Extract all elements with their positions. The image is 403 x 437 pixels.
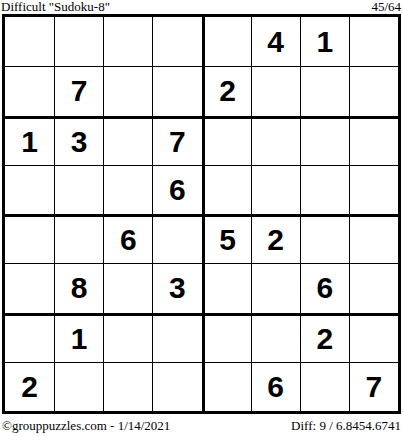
cell-r7c3-empty[interactable] xyxy=(103,313,152,362)
cell-r3c8-empty[interactable] xyxy=(349,116,398,165)
cell-r5c5-given[interactable]: 5 xyxy=(202,214,251,263)
cell-r4c5-empty[interactable] xyxy=(202,165,251,214)
cell-r2c8-empty[interactable] xyxy=(349,66,398,115)
cell-r8c6-given[interactable]: 6 xyxy=(251,362,300,411)
cell-r4c3-empty[interactable] xyxy=(103,165,152,214)
cell-r2c2-given[interactable]: 7 xyxy=(54,66,103,115)
cell-r1c2-empty[interactable] xyxy=(54,17,103,66)
cell-r1c1-empty[interactable] xyxy=(5,17,54,66)
cell-r2c1-empty[interactable] xyxy=(5,66,54,115)
cell-r8c2-empty[interactable] xyxy=(54,362,103,411)
cell-r2c7-empty[interactable] xyxy=(300,66,349,115)
cell-r3c3-empty[interactable] xyxy=(103,116,152,165)
cell-r7c6-empty[interactable] xyxy=(251,313,300,362)
difficulty-text: Diff: 9 / 6.8454.6741 xyxy=(291,419,403,433)
cell-r8c5-empty[interactable] xyxy=(202,362,251,411)
cell-r3c6-empty[interactable] xyxy=(251,116,300,165)
cell-r8c3-empty[interactable] xyxy=(103,362,152,411)
cell-r6c4-given[interactable]: 3 xyxy=(152,263,201,312)
cell-r1c8-empty[interactable] xyxy=(349,17,398,66)
cell-r2c5-given[interactable]: 2 xyxy=(202,66,251,115)
cell-r6c8-empty[interactable] xyxy=(349,263,398,312)
cell-r4c6-empty[interactable] xyxy=(251,165,300,214)
copyright-text: ©grouppuzzles.com - 1/14/2021 xyxy=(0,419,170,433)
cell-r8c1-given[interactable]: 2 xyxy=(5,362,54,411)
page-header: Difficult "Sudoku-8" 45/64 xyxy=(0,0,403,14)
cell-r5c1-empty[interactable] xyxy=(5,214,54,263)
cell-r6c3-empty[interactable] xyxy=(103,263,152,312)
cell-r5c2-empty[interactable] xyxy=(54,214,103,263)
empty-cell-counter: 45/64 xyxy=(371,0,403,13)
cell-r5c4-empty[interactable] xyxy=(152,214,201,263)
cell-r8c4-empty[interactable] xyxy=(152,362,201,411)
cell-r6c2-given[interactable]: 8 xyxy=(54,263,103,312)
cell-r5c6-given[interactable]: 2 xyxy=(251,214,300,263)
cell-r4c2-empty[interactable] xyxy=(54,165,103,214)
cell-r5c8-empty[interactable] xyxy=(349,214,398,263)
cell-r3c1-given[interactable]: 1 xyxy=(5,116,54,165)
cell-r4c4-given[interactable]: 6 xyxy=(152,165,201,214)
cell-r7c4-empty[interactable] xyxy=(152,313,201,362)
cell-r8c7-empty[interactable] xyxy=(300,362,349,411)
cell-r2c3-empty[interactable] xyxy=(103,66,152,115)
cell-r3c2-given[interactable]: 3 xyxy=(54,116,103,165)
cell-r7c7-given[interactable]: 2 xyxy=(300,313,349,362)
cell-r1c3-empty[interactable] xyxy=(103,17,152,66)
cell-r6c6-empty[interactable] xyxy=(251,263,300,312)
cell-r4c8-empty[interactable] xyxy=(349,165,398,214)
cell-r2c6-empty[interactable] xyxy=(251,66,300,115)
cell-r6c1-empty[interactable] xyxy=(5,263,54,312)
cell-r2c4-empty[interactable] xyxy=(152,66,201,115)
puzzle-title: Difficult "Sudoku-8" xyxy=(0,0,110,13)
cell-r1c6-given[interactable]: 4 xyxy=(251,17,300,66)
cell-r7c8-empty[interactable] xyxy=(349,313,398,362)
cell-r7c1-empty[interactable] xyxy=(5,313,54,362)
cell-r3c5-empty[interactable] xyxy=(202,116,251,165)
cell-r1c5-empty[interactable] xyxy=(202,17,251,66)
cell-r6c7-given[interactable]: 6 xyxy=(300,263,349,312)
cell-r1c4-empty[interactable] xyxy=(152,17,201,66)
sudoku-board: 4172137665283612267 xyxy=(2,14,401,414)
cell-r1c7-given[interactable]: 1 xyxy=(300,17,349,66)
page-footer: ©grouppuzzles.com - 1/14/2021 Diff: 9 / … xyxy=(0,419,403,433)
sudoku-page: Difficult "Sudoku-8" 45/64 4172137665283… xyxy=(0,0,403,437)
cell-r4c7-empty[interactable] xyxy=(300,165,349,214)
cell-r6c5-empty[interactable] xyxy=(202,263,251,312)
cell-r3c7-empty[interactable] xyxy=(300,116,349,165)
cell-r4c1-empty[interactable] xyxy=(5,165,54,214)
cell-r3c4-given[interactable]: 7 xyxy=(152,116,201,165)
cell-r7c5-empty[interactable] xyxy=(202,313,251,362)
cell-r8c8-given[interactable]: 7 xyxy=(349,362,398,411)
cell-r7c2-given[interactable]: 1 xyxy=(54,313,103,362)
cell-r5c3-given[interactable]: 6 xyxy=(103,214,152,263)
cell-r5c7-empty[interactable] xyxy=(300,214,349,263)
